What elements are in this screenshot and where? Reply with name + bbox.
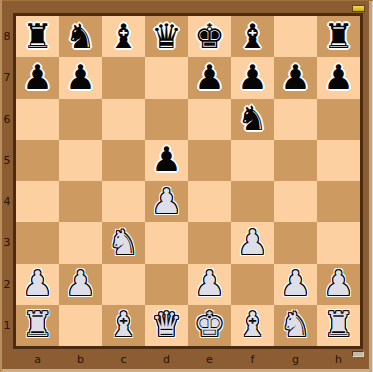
- square-c3[interactable]: ♞: [102, 222, 145, 263]
- file-label-e: e: [188, 350, 231, 369]
- black-rook: ♜: [22, 19, 52, 53]
- square-g8[interactable]: [274, 16, 317, 57]
- white-pawn: ♟: [22, 266, 52, 300]
- square-f3[interactable]: ♟: [231, 222, 274, 263]
- square-g1[interactable]: ♞: [274, 305, 317, 346]
- square-f2[interactable]: [231, 264, 274, 305]
- square-d3[interactable]: [145, 222, 188, 263]
- file-label-g: g: [274, 350, 317, 369]
- white-pawn: ♟: [237, 225, 267, 259]
- square-a2[interactable]: ♟: [16, 264, 59, 305]
- rank-label-3: 3: [1, 222, 13, 263]
- square-a8[interactable]: ♜: [16, 16, 59, 57]
- file-label-d: d: [145, 350, 188, 369]
- square-h7[interactable]: ♟: [317, 57, 360, 98]
- square-d2[interactable]: [145, 264, 188, 305]
- square-f6[interactable]: ♞: [231, 99, 274, 140]
- black-pawn: ♟: [280, 60, 310, 94]
- square-h5[interactable]: [317, 140, 360, 181]
- black-side-indicator-light: [352, 5, 365, 12]
- square-h8[interactable]: ♜: [317, 16, 360, 57]
- square-d4[interactable]: ♟: [145, 181, 188, 222]
- rank-label-8: 8: [1, 16, 13, 57]
- square-c8[interactable]: ♝: [102, 16, 145, 57]
- file-label-c: c: [102, 350, 145, 369]
- square-a4[interactable]: [16, 181, 59, 222]
- rank-label-6: 6: [1, 99, 13, 140]
- square-g7[interactable]: ♟: [274, 57, 317, 98]
- square-g2[interactable]: ♟: [274, 264, 317, 305]
- rank-label-2: 2: [1, 264, 13, 305]
- black-pawn: ♟: [151, 142, 181, 176]
- resize-grip-icon: [352, 351, 364, 357]
- black-pawn: ♟: [237, 60, 267, 94]
- chess-board: ♜♞♝♛♚♝♜♟♟♟♟♟♟♞♟♟♞♟♟♟♟♟♟♜♝♛♚♝♞♜: [16, 16, 360, 346]
- square-g4[interactable]: [274, 181, 317, 222]
- square-g5[interactable]: [274, 140, 317, 181]
- black-queen: ♛: [151, 19, 181, 53]
- square-e8[interactable]: ♚: [188, 16, 231, 57]
- square-c2[interactable]: [102, 264, 145, 305]
- square-d7[interactable]: [145, 57, 188, 98]
- square-c7[interactable]: [102, 57, 145, 98]
- square-a6[interactable]: [16, 99, 59, 140]
- square-g3[interactable]: [274, 222, 317, 263]
- black-knight: ♞: [65, 19, 95, 53]
- white-pawn: ♟: [151, 184, 181, 218]
- square-c5[interactable]: [102, 140, 145, 181]
- square-f4[interactable]: [231, 181, 274, 222]
- white-pawn: ♟: [323, 266, 353, 300]
- white-knight: ♞: [280, 307, 310, 341]
- rank-labels: 87654321: [1, 16, 13, 346]
- file-label-b: b: [59, 350, 102, 369]
- square-h3[interactable]: [317, 222, 360, 263]
- chess-board-window: 87654321 ♜♞♝♛♚♝♜♟♟♟♟♟♟♞♟♟♞♟♟♟♟♟♟♜♝♛♚♝♞♜ …: [0, 0, 373, 372]
- square-e1[interactable]: ♚: [188, 305, 231, 346]
- board-frame: ♜♞♝♛♚♝♜♟♟♟♟♟♟♞♟♟♞♟♟♟♟♟♟♜♝♛♚♝♞♜: [13, 13, 363, 349]
- square-b1[interactable]: [59, 305, 102, 346]
- black-knight: ♞: [237, 101, 267, 135]
- white-rook: ♜: [22, 307, 52, 341]
- white-pawn: ♟: [65, 266, 95, 300]
- white-knight: ♞: [108, 225, 138, 259]
- square-c1[interactable]: ♝: [102, 305, 145, 346]
- square-e2[interactable]: ♟: [188, 264, 231, 305]
- white-pawn: ♟: [194, 266, 224, 300]
- square-e6[interactable]: [188, 99, 231, 140]
- square-d6[interactable]: [145, 99, 188, 140]
- square-a3[interactable]: [16, 222, 59, 263]
- square-b2[interactable]: ♟: [59, 264, 102, 305]
- square-b8[interactable]: ♞: [59, 16, 102, 57]
- rank-label-5: 5: [1, 140, 13, 181]
- black-pawn: ♟: [65, 60, 95, 94]
- rank-label-4: 4: [1, 181, 13, 222]
- black-pawn: ♟: [323, 60, 353, 94]
- square-d8[interactable]: ♛: [145, 16, 188, 57]
- square-a5[interactable]: [16, 140, 59, 181]
- square-e4[interactable]: [188, 181, 231, 222]
- square-b3[interactable]: [59, 222, 102, 263]
- square-c4[interactable]: [102, 181, 145, 222]
- white-bishop: ♝: [108, 307, 138, 341]
- square-h1[interactable]: ♜: [317, 305, 360, 346]
- white-queen: ♛: [151, 307, 181, 341]
- square-a1[interactable]: ♜: [16, 305, 59, 346]
- file-labels: abcdefgh: [16, 350, 360, 369]
- square-g6[interactable]: [274, 99, 317, 140]
- square-b6[interactable]: [59, 99, 102, 140]
- square-h2[interactable]: ♟: [317, 264, 360, 305]
- square-c6[interactable]: [102, 99, 145, 140]
- file-label-f: f: [231, 350, 274, 369]
- square-d1[interactable]: ♛: [145, 305, 188, 346]
- square-f1[interactable]: ♝: [231, 305, 274, 346]
- white-pawn: ♟: [280, 266, 310, 300]
- white-rook: ♜: [323, 307, 353, 341]
- white-king: ♚: [194, 307, 224, 341]
- square-e3[interactable]: [188, 222, 231, 263]
- square-e5[interactable]: [188, 140, 231, 181]
- black-pawn: ♟: [22, 60, 52, 94]
- white-bishop: ♝: [237, 307, 267, 341]
- square-h6[interactable]: [317, 99, 360, 140]
- square-f5[interactable]: [231, 140, 274, 181]
- rank-label-7: 7: [1, 57, 13, 98]
- black-bishop: ♝: [108, 19, 138, 53]
- rank-label-1: 1: [1, 305, 13, 346]
- square-b7[interactable]: ♟: [59, 57, 102, 98]
- black-pawn: ♟: [194, 60, 224, 94]
- black-king: ♚: [194, 19, 224, 53]
- square-a7[interactable]: ♟: [16, 57, 59, 98]
- black-rook: ♜: [323, 19, 353, 53]
- black-bishop: ♝: [237, 19, 267, 53]
- square-h4[interactable]: [317, 181, 360, 222]
- file-label-a: a: [16, 350, 59, 369]
- square-f8[interactable]: ♝: [231, 16, 274, 57]
- square-f7[interactable]: ♟: [231, 57, 274, 98]
- square-b5[interactable]: [59, 140, 102, 181]
- square-b4[interactable]: [59, 181, 102, 222]
- square-d5[interactable]: ♟: [145, 140, 188, 181]
- square-e7[interactable]: ♟: [188, 57, 231, 98]
